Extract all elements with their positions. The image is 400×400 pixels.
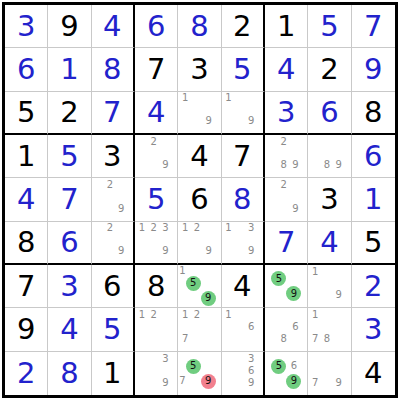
candidate-slot-2 <box>234 93 245 104</box>
cell-r6c7[interactable]: 7 <box>265 222 308 265</box>
candidate-slot-1 <box>266 179 278 191</box>
candidate-slot-9 <box>333 333 345 345</box>
cell-r9c7[interactable]: 569 <box>265 352 308 395</box>
cell-r4c1[interactable]: 1 <box>5 135 48 178</box>
solved-digit: 4 <box>5 178 47 220</box>
cell-r3c5[interactable]: 19 <box>178 92 221 135</box>
cell-r3c1[interactable]: 5 <box>5 92 48 135</box>
cell-r1c4[interactable]: 6 <box>135 5 178 48</box>
candidate-slot-5 <box>321 148 333 160</box>
solved-digit: 3 <box>48 265 90 307</box>
cell-r4c4[interactable]: 29 <box>135 135 178 178</box>
candidate-digit-1: 1 <box>223 223 234 234</box>
cell-r8c1[interactable]: 9 <box>5 308 48 351</box>
given-digit: 3 <box>178 48 220 90</box>
candidate-digit-9: 9 <box>203 246 215 257</box>
candidate-slot-6 <box>286 271 301 286</box>
candidate-slot-8 <box>278 203 290 215</box>
given-digit: 3 <box>92 135 133 177</box>
candidate-slot-8 <box>191 246 203 257</box>
solved-digit: 3 <box>352 308 395 350</box>
candidate-slot-3 <box>290 309 302 321</box>
cell-r6c9[interactable]: 5 <box>352 222 395 265</box>
candidate-digit-1: 1 <box>179 309 191 321</box>
candidate-grid: 89 <box>309 136 344 171</box>
given-digit: 5 <box>5 92 47 133</box>
candidate-slot-2 <box>321 136 333 148</box>
candidate-slot-5 <box>148 365 160 377</box>
candidate-slot-4 <box>136 148 148 160</box>
candidate-slot-6 <box>201 359 216 374</box>
cell-r1c5[interactable]: 8 <box>178 5 221 48</box>
candidate-slot-1 <box>93 223 104 234</box>
candidate-grid: 68 <box>266 309 301 344</box>
cell-r4c8[interactable]: 89 <box>308 135 351 178</box>
given-digit: 5 <box>352 222 395 263</box>
candidate-grid: 19 <box>223 93 257 127</box>
candidate-digit-9: 9 <box>333 160 345 172</box>
cell-r8c5[interactable]: 127 <box>178 308 221 351</box>
cell-r8c2[interactable]: 4 <box>48 308 91 351</box>
candidate-slot-7 <box>136 377 148 389</box>
candidate-digit-2: 2 <box>148 136 160 148</box>
candidate-slot-5 <box>321 278 333 290</box>
cell-r4c7[interactable]: 289 <box>265 135 308 178</box>
candidate-slot-3 <box>160 309 172 321</box>
candidate-slot-7 <box>223 116 234 127</box>
candidate-slot-3 <box>203 93 215 104</box>
candidate-slot-2 <box>321 309 333 321</box>
candidate-slot-4 <box>309 148 321 160</box>
cell-r8c7[interactable]: 68 <box>265 308 308 351</box>
candidate-digit-5: 5 <box>271 359 286 374</box>
candidate-digit-1: 1 <box>179 93 191 104</box>
sudoku-board: 3946821576187354295274191936815329472898… <box>0 0 400 400</box>
candidate-grid: 16 <box>223 309 257 344</box>
candidate-digit-9: 9 <box>333 377 345 389</box>
candidate-slot-8 <box>271 286 286 301</box>
candidate-slot-6 <box>160 365 172 377</box>
candidate-digit-9: 9 <box>286 286 301 301</box>
candidate-slot-5 <box>234 321 245 333</box>
cell-r6c8[interactable]: 4 <box>308 222 351 265</box>
candidate-slot-7 <box>179 246 191 257</box>
candidate-slot-6 <box>333 278 345 290</box>
candidate-slot-7 <box>309 290 321 302</box>
solved-digit: 8 <box>222 178 263 220</box>
candidate-highlight-green: 5 <box>186 359 201 374</box>
cell-r3c4[interactable]: 4 <box>135 92 178 135</box>
given-digit: 8 <box>352 92 395 133</box>
candidate-slot-3 <box>333 353 345 365</box>
cell-r2c5[interactable]: 3 <box>178 48 221 91</box>
candidate-slot-6 <box>333 365 345 377</box>
candidate-digit-5: 5 <box>271 271 286 286</box>
candidate-digit-1: 1 <box>309 266 321 278</box>
candidate-grid: 579 <box>179 353 214 389</box>
solved-digit: 8 <box>178 5 220 47</box>
candidate-slot-5 <box>191 104 203 115</box>
candidate-slot-4 <box>223 321 234 333</box>
candidate-slot-6 <box>290 191 302 203</box>
candidate-slot-5 <box>191 321 203 333</box>
given-digit: 6 <box>178 178 220 220</box>
cell-r5c7[interactable]: 29 <box>265 178 308 221</box>
candidate-slot-3 <box>333 136 345 148</box>
cell-r1c9[interactable]: 7 <box>352 5 395 48</box>
cell-r9c6[interactable]: 369 <box>222 352 265 395</box>
solved-digit: 9 <box>352 48 395 90</box>
given-digit: 2 <box>308 48 350 90</box>
given-digit: 4 <box>352 352 395 395</box>
candidate-slot-5 <box>148 321 160 333</box>
candidate-slot-1 <box>266 136 278 148</box>
candidate-digit-6: 6 <box>246 321 257 333</box>
candidate-slot-5 <box>234 104 245 115</box>
solved-digit: 4 <box>48 308 90 350</box>
candidate-slot-7 <box>136 246 148 257</box>
cell-r3c6[interactable]: 19 <box>222 92 265 135</box>
candidate-digit-8: 8 <box>321 160 333 172</box>
candidate-digit-9: 9 <box>290 160 302 172</box>
candidate-slot-2 <box>321 353 333 365</box>
cell-r2c9[interactable]: 9 <box>352 48 395 91</box>
candidate-highlight-green: 5 <box>186 276 201 291</box>
cell-r8c6[interactable]: 16 <box>222 308 265 351</box>
cell-r7c7[interactable]: 59 <box>265 265 308 308</box>
candidate-highlight-green: 5 <box>271 359 286 374</box>
candidate-digit-3: 3 <box>246 223 257 234</box>
candidate-digit-5: 5 <box>186 359 201 374</box>
given-digit: 6 <box>92 265 133 307</box>
cell-r2c6[interactable]: 5 <box>222 48 265 91</box>
solved-digit: 3 <box>265 92 307 133</box>
solved-digit: 4 <box>135 92 177 133</box>
cell-r5c5[interactable]: 6 <box>178 178 221 221</box>
solved-digit: 5 <box>135 178 177 220</box>
candidate-grid: 159 <box>179 266 214 301</box>
candidate-grid: 29 <box>136 136 171 171</box>
candidate-slot-7 <box>223 377 234 389</box>
candidate-grid: 1239 <box>136 223 171 257</box>
given-digit: 4 <box>222 265 263 307</box>
solved-digit: 6 <box>135 5 177 47</box>
cell-r4c5[interactable]: 4 <box>178 135 221 178</box>
candidate-slot-8 <box>148 333 160 345</box>
cell-r8c8[interactable]: 178 <box>308 308 351 351</box>
candidate-slot-4 <box>136 321 148 333</box>
cell-r8c9[interactable]: 3 <box>352 308 395 351</box>
cell-r5c6[interactable]: 8 <box>222 178 265 221</box>
candidate-grid: 369 <box>223 353 257 389</box>
candidate-slot-5 <box>234 365 245 377</box>
candidate-slot-7 <box>309 160 321 172</box>
cell-r6c6[interactable]: 139 <box>222 222 265 265</box>
candidate-slot-5 <box>104 234 115 245</box>
candidate-slot-5 <box>278 148 290 160</box>
candidate-digit-6: 6 <box>286 359 301 374</box>
candidate-digit-9: 9 <box>201 291 216 306</box>
cell-r2c2[interactable]: 1 <box>48 48 91 91</box>
cell-r9c8[interactable]: 79 <box>308 352 351 395</box>
cell-r5c4[interactable]: 5 <box>135 178 178 221</box>
candidate-digit-9: 9 <box>286 374 301 389</box>
candidate-digit-2: 2 <box>278 136 290 148</box>
candidate-slot-6 <box>160 148 172 160</box>
cell-r3c8[interactable]: 6 <box>308 92 351 135</box>
candidate-slot-6 <box>160 321 172 333</box>
solved-digit: 1 <box>352 178 395 220</box>
cell-r7c5[interactable]: 159 <box>178 265 221 308</box>
cell-r2c3[interactable]: 8 <box>92 48 135 91</box>
candidate-slot-4 <box>93 234 104 245</box>
cell-r3c7[interactable]: 3 <box>265 92 308 135</box>
candidate-digit-7: 7 <box>309 333 321 345</box>
cell-r5c2[interactable]: 7 <box>48 178 91 221</box>
cell-r1c3[interactable]: 4 <box>92 5 135 48</box>
cell-r3c3[interactable]: 7 <box>92 92 135 135</box>
candidate-digit-7: 7 <box>309 377 321 389</box>
candidate-slot-6 <box>116 191 127 203</box>
candidate-slot-3 <box>116 223 127 234</box>
solved-digit: 6 <box>5 48 47 90</box>
candidate-slot-3 <box>333 266 345 278</box>
candidate-slot-8 <box>321 290 333 302</box>
cell-r6c5[interactable]: 129 <box>178 222 221 265</box>
cell-r7c3[interactable]: 6 <box>92 265 135 308</box>
candidate-grid: 79 <box>309 353 344 389</box>
cell-r9c2[interactable]: 8 <box>48 352 91 395</box>
candidate-slot-4 <box>223 104 234 115</box>
cell-r7c4[interactable]: 8 <box>135 265 178 308</box>
given-digit: 9 <box>48 5 90 47</box>
candidate-digit-1: 1 <box>223 309 234 321</box>
candidate-slot-6 <box>246 234 257 245</box>
candidate-highlight-green: 9 <box>286 374 301 389</box>
candidate-slot-5 <box>278 321 290 333</box>
solved-digit: 2 <box>5 352 47 395</box>
candidate-slot-8 <box>148 377 160 389</box>
cell-r6c3[interactable]: 29 <box>92 222 135 265</box>
candidate-slot-4 <box>179 234 191 245</box>
solved-digit: 7 <box>92 92 133 133</box>
candidate-slot-7 <box>223 333 234 345</box>
cell-r5c9[interactable]: 1 <box>352 178 395 221</box>
cell-r9c5[interactable]: 579 <box>178 352 221 395</box>
solved-digit: 4 <box>92 5 133 47</box>
candidate-slot-6 <box>203 234 215 245</box>
candidate-slot-2 <box>234 223 245 234</box>
candidate-digit-5: 5 <box>186 276 201 291</box>
candidate-digit-9: 9 <box>116 246 127 257</box>
cell-r1c7[interactable]: 1 <box>265 5 308 48</box>
solved-digit: 5 <box>48 135 90 177</box>
sudoku-grid: 3946821576187354295274191936815329472898… <box>2 2 398 398</box>
candidate-grid: 19 <box>179 93 214 127</box>
candidate-slot-8 <box>148 160 160 172</box>
cell-r9c1[interactable]: 2 <box>5 352 48 395</box>
solved-digit: 5 <box>308 5 350 47</box>
cell-r4c9[interactable]: 6 <box>352 135 395 178</box>
candidate-slot-4 <box>136 365 148 377</box>
candidate-digit-2: 2 <box>191 223 203 234</box>
cell-r4c3[interactable]: 3 <box>92 135 135 178</box>
cell-r4c6[interactable]: 7 <box>222 135 265 178</box>
candidate-grid: 29 <box>93 223 127 257</box>
candidate-slot-9 <box>203 333 215 345</box>
candidate-slot-2 <box>186 266 201 276</box>
cell-r3c2[interactable]: 2 <box>48 92 91 135</box>
cell-r6c2[interactable]: 6 <box>48 222 91 265</box>
candidate-slot-2 <box>191 93 203 104</box>
cell-r7c2[interactable]: 3 <box>48 265 91 308</box>
solved-digit: 2 <box>352 265 395 307</box>
candidate-slot-5 <box>321 321 333 333</box>
candidate-digit-1: 1 <box>136 223 148 234</box>
cell-r1c6[interactable]: 2 <box>222 5 265 48</box>
candidate-slot-6 <box>333 148 345 160</box>
cell-r1c2[interactable]: 9 <box>48 5 91 48</box>
candidate-digit-6: 6 <box>290 321 302 333</box>
cell-r6c4[interactable]: 1239 <box>135 222 178 265</box>
candidate-slot-5 <box>234 234 245 245</box>
given-digit: 7 <box>222 135 263 177</box>
given-digit: 2 <box>222 5 263 47</box>
candidate-digit-9: 9 <box>116 203 127 215</box>
candidate-slot-4 <box>223 365 234 377</box>
candidate-slot-4 <box>309 321 321 333</box>
candidate-slot-8 <box>234 246 245 257</box>
solved-digit: 8 <box>48 352 90 395</box>
candidate-highlight-green: 9 <box>201 291 216 306</box>
cell-r3c9[interactable]: 8 <box>352 92 395 135</box>
candidate-digit-2: 2 <box>191 309 203 321</box>
candidate-slot-6 <box>246 104 257 115</box>
candidate-digit-1: 1 <box>309 309 321 321</box>
cell-r8c4[interactable]: 12 <box>135 308 178 351</box>
cell-r1c8[interactable]: 5 <box>308 5 351 48</box>
cell-r5c1[interactable]: 4 <box>5 178 48 221</box>
candidate-slot-3 <box>203 309 215 321</box>
cell-r9c4[interactable]: 39 <box>135 352 178 395</box>
candidate-digit-1: 1 <box>136 309 148 321</box>
candidate-digit-3: 3 <box>246 353 257 365</box>
candidate-slot-7 <box>93 246 104 257</box>
cell-r7c1[interactable]: 7 <box>5 265 48 308</box>
candidate-slot-3 <box>246 93 257 104</box>
candidate-slot-8 <box>104 203 115 215</box>
candidate-slot-1 <box>223 353 234 365</box>
candidate-slot-8 <box>321 377 333 389</box>
candidate-digit-7: 7 <box>179 333 191 345</box>
candidate-slot-4 <box>93 191 104 203</box>
candidate-slot-4 <box>266 191 278 203</box>
candidate-digit-2: 2 <box>148 309 160 321</box>
cell-r6c1[interactable]: 8 <box>5 222 48 265</box>
solved-digit: 3 <box>5 5 47 47</box>
cell-r7c9[interactable]: 2 <box>352 265 395 308</box>
candidate-slot-7 <box>93 203 104 215</box>
candidate-slot-7 <box>266 333 278 345</box>
cell-r4c2[interactable]: 5 <box>48 135 91 178</box>
candidate-grid: 29 <box>93 179 127 214</box>
candidate-digit-9: 9 <box>333 290 345 302</box>
cell-r5c3[interactable]: 29 <box>92 178 135 221</box>
candidate-highlight-green: 9 <box>286 286 301 301</box>
candidate-grid: 139 <box>223 223 257 257</box>
candidate-slot-9 <box>290 333 302 345</box>
candidate-digit-8: 8 <box>321 333 333 345</box>
candidate-slot-8 <box>186 374 201 389</box>
candidate-slot-8 <box>104 246 115 257</box>
candidate-slot-4 <box>136 234 148 245</box>
cell-r2c4[interactable]: 7 <box>135 48 178 91</box>
candidate-slot-7 <box>179 116 191 127</box>
cell-r2c7[interactable]: 4 <box>265 48 308 91</box>
candidate-digit-2: 2 <box>148 223 160 234</box>
candidate-slot-3 <box>160 136 172 148</box>
candidate-highlight-green: 5 <box>271 271 286 286</box>
cell-r1c1[interactable]: 3 <box>5 5 48 48</box>
candidate-slot-2 <box>234 309 245 321</box>
solved-digit: 7 <box>352 5 395 47</box>
given-digit: 8 <box>135 265 177 307</box>
cell-r9c3[interactable]: 1 <box>92 352 135 395</box>
candidate-digit-1: 1 <box>179 223 191 234</box>
candidate-slot-5 <box>104 191 115 203</box>
candidate-slot-6 <box>160 234 172 245</box>
candidate-highlight-red: 9 <box>201 374 216 389</box>
candidate-slot-7 <box>266 203 278 215</box>
candidate-digit-9: 9 <box>160 160 172 172</box>
cell-r2c8[interactable]: 2 <box>308 48 351 91</box>
candidate-slot-2 <box>278 309 290 321</box>
given-digit: 1 <box>5 135 47 177</box>
candidate-digit-8: 8 <box>278 160 290 172</box>
candidate-slot-8 <box>234 377 245 389</box>
given-digit: 1 <box>265 5 307 47</box>
given-digit: 1 <box>92 352 133 395</box>
candidate-slot-4 <box>223 234 234 245</box>
candidate-grid: 569 <box>266 353 301 389</box>
candidate-digit-2: 2 <box>278 179 290 191</box>
candidate-slot-8 <box>234 116 245 127</box>
solved-digit: 4 <box>265 48 307 90</box>
candidate-grid: 29 <box>266 179 301 214</box>
given-digit: 7 <box>135 48 177 90</box>
candidate-slot-6 <box>333 321 345 333</box>
candidate-slot-1 <box>136 136 148 148</box>
cell-r7c8[interactable]: 19 <box>308 265 351 308</box>
candidate-grid: 127 <box>179 309 214 344</box>
given-digit: 3 <box>308 178 350 220</box>
cell-r9c9[interactable]: 4 <box>352 352 395 395</box>
candidate-digit-9: 9 <box>160 377 172 389</box>
cell-r8c3[interactable]: 5 <box>92 308 135 351</box>
cell-r2c1[interactable]: 6 <box>5 48 48 91</box>
candidate-slot-2 <box>321 266 333 278</box>
candidate-slot-5 <box>191 234 203 245</box>
candidate-slot-5 <box>321 365 333 377</box>
candidate-digit-9: 9 <box>246 116 257 127</box>
cell-r7c6[interactable]: 4 <box>222 265 265 308</box>
candidate-slot-2 <box>148 353 160 365</box>
candidate-digit-1: 1 <box>223 93 234 104</box>
candidate-slot-3 <box>246 309 257 321</box>
candidate-grid: 12 <box>136 309 171 344</box>
candidate-slot-1 <box>136 353 148 365</box>
cell-r5c8[interactable]: 3 <box>308 178 351 221</box>
